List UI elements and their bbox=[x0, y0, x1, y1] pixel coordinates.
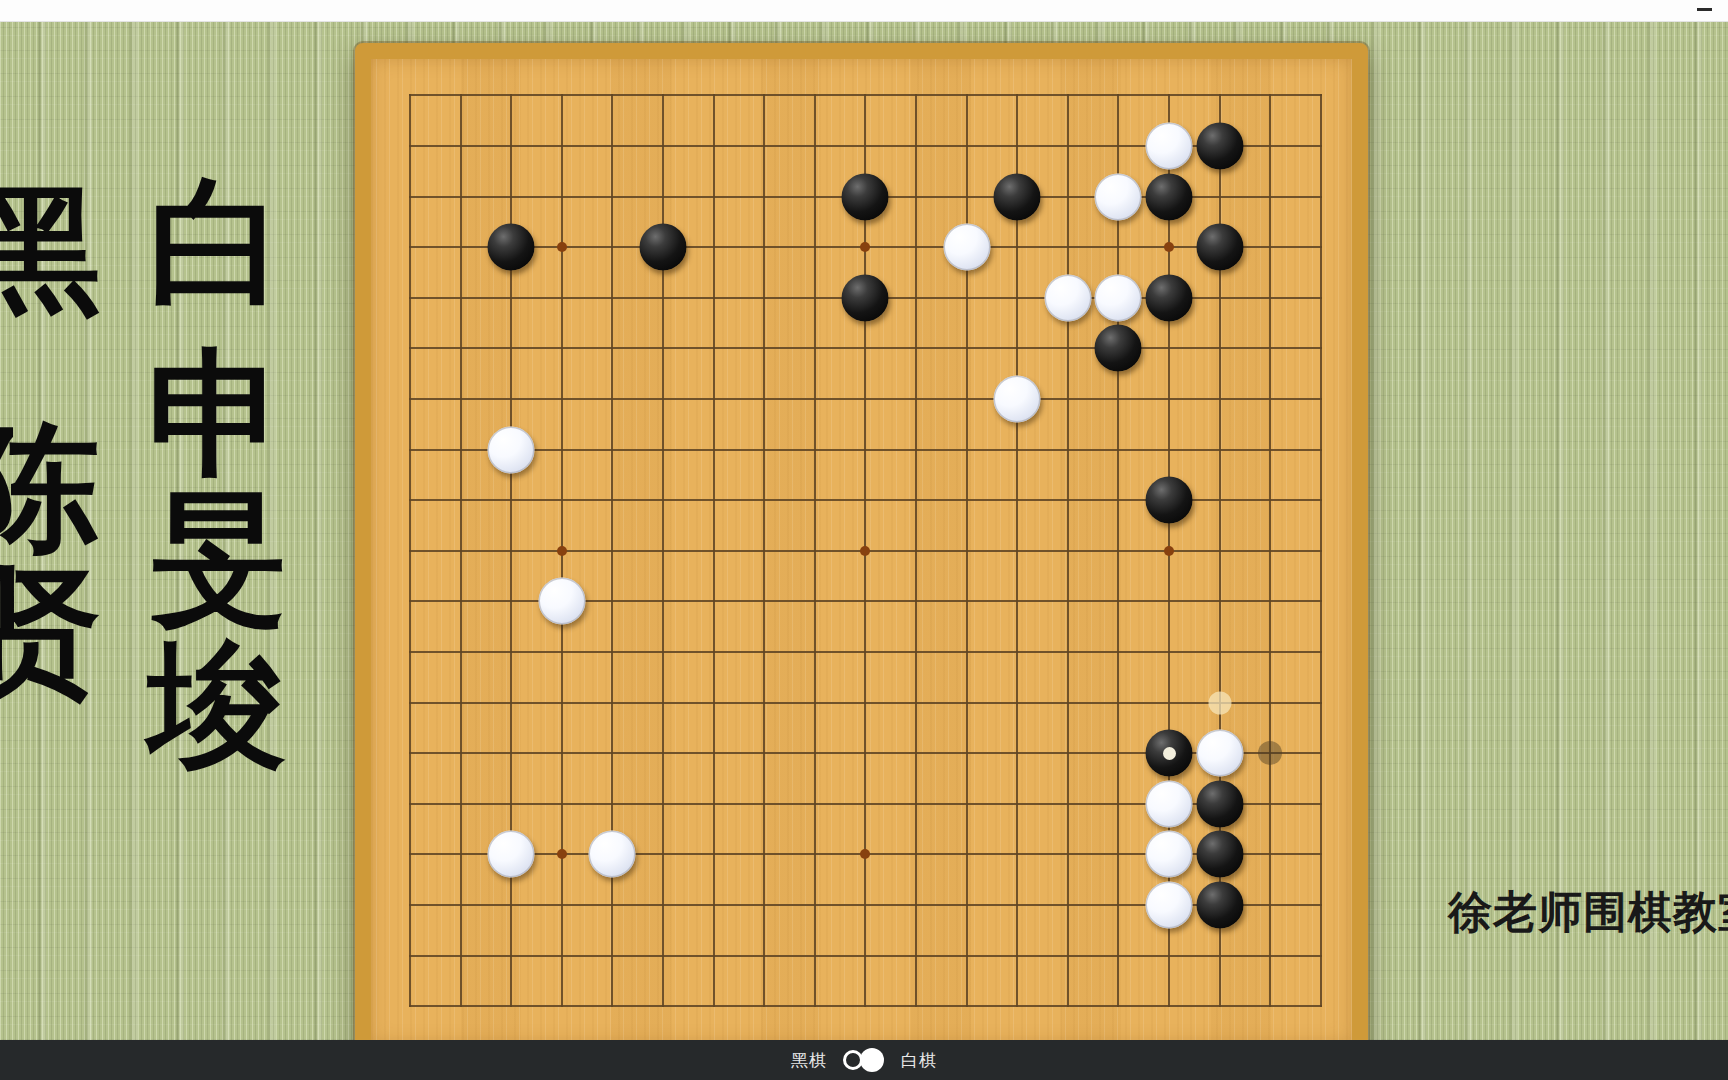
stone-white bbox=[943, 224, 990, 271]
grid-line bbox=[409, 1005, 1322, 1007]
stone-black bbox=[994, 173, 1041, 220]
star-point bbox=[860, 849, 870, 859]
star-point bbox=[1164, 546, 1174, 556]
stone-white bbox=[1095, 274, 1142, 321]
star-point bbox=[557, 546, 567, 556]
go-board-grid[interactable] bbox=[371, 59, 1352, 1043]
stone-black bbox=[1196, 122, 1243, 169]
stone-black bbox=[842, 173, 889, 220]
white-color-label: 白 bbox=[148, 173, 286, 311]
black-name-char: 陈 bbox=[0, 419, 101, 557]
stone-white bbox=[1095, 173, 1142, 220]
stone-black bbox=[1146, 477, 1193, 524]
stone-black bbox=[1146, 730, 1193, 777]
stone-white bbox=[1196, 730, 1243, 777]
white-toggle-label: 白棋 bbox=[901, 1049, 937, 1072]
grid-line bbox=[915, 94, 917, 1007]
stone-white bbox=[488, 831, 535, 878]
grid-line bbox=[1269, 94, 1271, 1007]
star-point bbox=[557, 242, 567, 252]
stone-black bbox=[1196, 831, 1243, 878]
stone-black bbox=[1196, 224, 1243, 271]
ghost-stone-dark bbox=[1258, 741, 1282, 765]
black-color-label: 黑 bbox=[0, 181, 101, 319]
black-player-caption: 黑 陈 贤 bbox=[0, 181, 106, 700]
star-point bbox=[860, 242, 870, 252]
white-name-char: 旻 bbox=[148, 488, 286, 626]
stone-black bbox=[1146, 274, 1193, 321]
grid-line bbox=[1320, 94, 1322, 1007]
tatami-background: 黑 陈 贤 白 申 旻 埈 徐老师围棋教室 bbox=[0, 21, 1728, 1040]
watermark-text: 徐老师围棋教室 bbox=[1448, 883, 1728, 942]
stone-black bbox=[842, 274, 889, 321]
go-board[interactable] bbox=[355, 43, 1368, 1059]
screen: 黑 陈 贤 白 申 旻 埈 徐老师围棋教室 黑棋 白棋 bbox=[0, 0, 1728, 1080]
stone-black bbox=[1146, 173, 1193, 220]
grid-line bbox=[1117, 94, 1119, 1007]
stone-black bbox=[1196, 780, 1243, 827]
grid-line bbox=[1067, 94, 1069, 1007]
stone-color-toggle[interactable] bbox=[843, 1048, 885, 1072]
grid-line bbox=[409, 955, 1322, 957]
star-point bbox=[860, 546, 870, 556]
stone-black bbox=[1095, 325, 1142, 372]
stone-black bbox=[488, 224, 535, 271]
white-name-char: 埈 bbox=[148, 637, 286, 775]
stone-black bbox=[640, 224, 687, 271]
black-toggle-label: 黑棋 bbox=[791, 1049, 827, 1072]
stone-white bbox=[1146, 780, 1193, 827]
white-player-caption: 白 申 旻 埈 bbox=[143, 173, 291, 775]
stone-white bbox=[1146, 122, 1193, 169]
black-name-char: 贤 bbox=[0, 562, 101, 700]
stone-white bbox=[1044, 274, 1091, 321]
grid-line bbox=[1016, 94, 1018, 1007]
stone-white bbox=[488, 426, 535, 473]
stone-white bbox=[1146, 831, 1193, 878]
window-titlebar bbox=[0, 0, 1728, 22]
grid-line bbox=[409, 702, 1322, 704]
ghost-stone-light bbox=[1208, 691, 1231, 714]
toggle-white-knob-icon bbox=[860, 1048, 884, 1072]
grid-line bbox=[409, 651, 1322, 653]
stone-white bbox=[538, 578, 585, 625]
minimize-icon[interactable] bbox=[1697, 8, 1712, 11]
stone-white bbox=[589, 831, 636, 878]
white-name-char: 申 bbox=[148, 345, 286, 483]
stone-white bbox=[994, 375, 1041, 422]
stone-black bbox=[1196, 881, 1243, 928]
stone-white bbox=[1146, 881, 1193, 928]
last-move-marker bbox=[1163, 747, 1176, 760]
bottom-toolbar: 黑棋 白棋 bbox=[0, 1040, 1728, 1080]
star-point bbox=[557, 849, 567, 859]
star-point bbox=[1164, 242, 1174, 252]
